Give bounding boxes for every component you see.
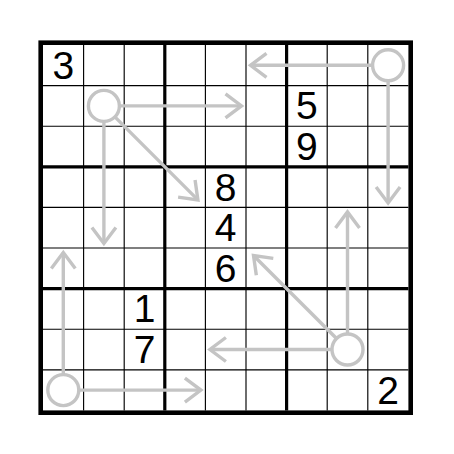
arrow-sudoku-puzzle: 359846172 <box>0 0 454 454</box>
cell-r7c6[interactable] <box>246 289 287 330</box>
cell-r6c7[interactable] <box>287 248 328 289</box>
cell-r9c4[interactable] <box>165 370 206 411</box>
cell-r1c3[interactable] <box>124 45 165 86</box>
cell-r8c7[interactable] <box>287 329 328 370</box>
cell-r5c5[interactable]: 4 <box>205 207 246 248</box>
cell-r8c8[interactable] <box>327 329 368 370</box>
given-digit: 9 <box>296 127 318 166</box>
cell-r6c4[interactable] <box>165 248 206 289</box>
cell-r9c6[interactable] <box>246 370 287 411</box>
cell-r2c7[interactable]: 5 <box>287 86 328 127</box>
cell-r1c7[interactable] <box>287 45 328 86</box>
cell-r8c2[interactable] <box>84 329 125 370</box>
sudoku-board: 359846172 <box>43 45 408 410</box>
cell-r4c3[interactable] <box>124 167 165 208</box>
cell-r2c8[interactable] <box>327 86 368 127</box>
cell-r5c7[interactable] <box>287 207 328 248</box>
cell-r5c1[interactable] <box>43 207 84 248</box>
cell-r6c5[interactable]: 6 <box>205 248 246 289</box>
cell-r7c3[interactable]: 1 <box>124 289 165 330</box>
cell-r4c9[interactable] <box>368 167 409 208</box>
given-digit: 3 <box>52 46 74 85</box>
cell-r5c9[interactable] <box>368 207 409 248</box>
cell-r1c6[interactable] <box>246 45 287 86</box>
cell-r1c5[interactable] <box>205 45 246 86</box>
cell-r6c3[interactable] <box>124 248 165 289</box>
cell-r8c3[interactable]: 7 <box>124 329 165 370</box>
cell-r6c9[interactable] <box>368 248 409 289</box>
cell-r9c8[interactable] <box>327 370 368 411</box>
cell-r9c5[interactable] <box>205 370 246 411</box>
cell-r8c9[interactable] <box>368 329 409 370</box>
cell-r4c1[interactable] <box>43 167 84 208</box>
cell-r3c3[interactable] <box>124 126 165 167</box>
cell-r2c1[interactable] <box>43 86 84 127</box>
cell-r3c4[interactable] <box>165 126 206 167</box>
cell-r4c7[interactable] <box>287 167 328 208</box>
cell-r9c7[interactable] <box>287 370 328 411</box>
given-digit: 4 <box>215 208 237 247</box>
cell-r2c2[interactable] <box>84 86 125 127</box>
cell-r5c2[interactable] <box>84 207 125 248</box>
cell-r3c2[interactable] <box>84 126 125 167</box>
cell-r1c1[interactable]: 3 <box>43 45 84 86</box>
cell-r3c8[interactable] <box>327 126 368 167</box>
cell-r5c4[interactable] <box>165 207 206 248</box>
cell-r1c8[interactable] <box>327 45 368 86</box>
cell-r4c4[interactable] <box>165 167 206 208</box>
cell-r5c6[interactable] <box>246 207 287 248</box>
cell-r2c6[interactable] <box>246 86 287 127</box>
cell-r3c6[interactable] <box>246 126 287 167</box>
cell-r3c7[interactable]: 9 <box>287 126 328 167</box>
cell-r4c8[interactable] <box>327 167 368 208</box>
cell-r6c1[interactable] <box>43 248 84 289</box>
given-digit: 8 <box>215 168 237 207</box>
cell-r7c5[interactable] <box>205 289 246 330</box>
cell-r7c4[interactable] <box>165 289 206 330</box>
given-digit: 2 <box>377 371 399 410</box>
cell-r4c6[interactable] <box>246 167 287 208</box>
cell-r5c3[interactable] <box>124 207 165 248</box>
cell-r1c9[interactable] <box>368 45 409 86</box>
cell-r1c4[interactable] <box>165 45 206 86</box>
cell-r2c9[interactable] <box>368 86 409 127</box>
cell-r6c2[interactable] <box>84 248 125 289</box>
cell-r7c7[interactable] <box>287 289 328 330</box>
cell-r2c5[interactable] <box>205 86 246 127</box>
given-digit: 6 <box>215 249 237 288</box>
cell-r8c1[interactable] <box>43 329 84 370</box>
cell-r7c1[interactable] <box>43 289 84 330</box>
cell-r2c4[interactable] <box>165 86 206 127</box>
cell-r7c2[interactable] <box>84 289 125 330</box>
cell-r6c6[interactable] <box>246 248 287 289</box>
cell-r2c3[interactable] <box>124 86 165 127</box>
cell-r8c5[interactable] <box>205 329 246 370</box>
cell-r7c9[interactable] <box>368 289 409 330</box>
given-digit: 1 <box>134 289 156 328</box>
cell-r9c9[interactable]: 2 <box>368 370 409 411</box>
given-digit: 5 <box>296 86 318 125</box>
cell-r3c9[interactable] <box>368 126 409 167</box>
cell-r4c2[interactable] <box>84 167 125 208</box>
cell-r3c5[interactable] <box>205 126 246 167</box>
cell-r8c6[interactable] <box>246 329 287 370</box>
cell-r6c8[interactable] <box>327 248 368 289</box>
cell-r9c2[interactable] <box>84 370 125 411</box>
cell-r3c1[interactable] <box>43 126 84 167</box>
cell-r1c2[interactable] <box>84 45 125 86</box>
cell-r8c4[interactable] <box>165 329 206 370</box>
cell-r7c8[interactable] <box>327 289 368 330</box>
cell-r4c5[interactable]: 8 <box>205 167 246 208</box>
cell-r9c3[interactable] <box>124 370 165 411</box>
cell-r5c8[interactable] <box>327 207 368 248</box>
given-digit: 7 <box>134 330 156 369</box>
cell-r9c1[interactable] <box>43 370 84 411</box>
